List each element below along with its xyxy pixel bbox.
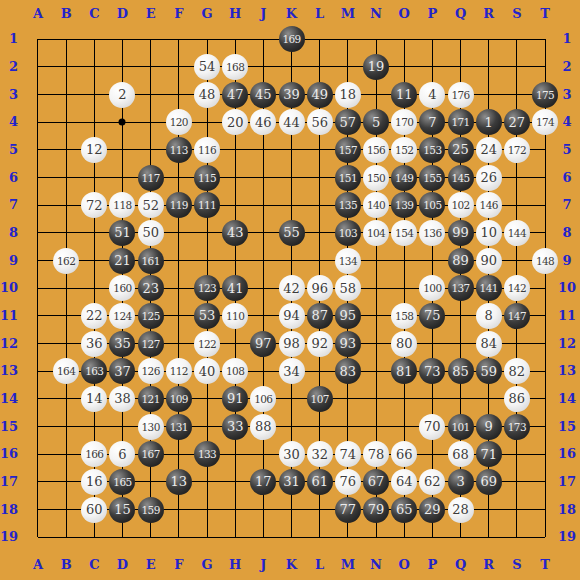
intersection-O14[interactable] [390,385,418,413]
intersection-S14[interactable]: 86 [503,385,531,413]
intersection-P14[interactable] [418,385,446,413]
intersection-K4[interactable]: 44 [277,108,305,136]
intersection-Q14[interactable] [446,385,474,413]
intersection-B17[interactable] [52,468,80,496]
intersection-B3[interactable] [52,81,80,109]
intersection-O2[interactable] [390,53,418,81]
intersection-A14[interactable] [24,385,52,413]
intersection-E18[interactable]: 159 [137,496,165,524]
intersection-E16[interactable]: 167 [137,440,165,468]
intersection-R16[interactable]: 71 [475,440,503,468]
intersection-R10[interactable]: 141 [475,274,503,302]
intersection-B16[interactable] [52,440,80,468]
intersection-Q10[interactable]: 137 [446,274,474,302]
intersection-H14[interactable]: 91 [221,385,249,413]
intersection-T5[interactable] [531,136,559,164]
intersection-G5[interactable]: 116 [193,136,221,164]
intersection-D11[interactable]: 124 [108,302,136,330]
intersection-H6[interactable] [221,164,249,192]
intersection-S6[interactable] [503,164,531,192]
intersection-M10[interactable]: 58 [334,274,362,302]
intersection-P19[interactable] [418,524,446,552]
intersection-J11[interactable] [249,302,277,330]
intersection-G13[interactable]: 40 [193,357,221,385]
intersection-H12[interactable] [221,330,249,358]
intersection-Q5[interactable]: 25 [446,136,474,164]
intersection-T13[interactable] [531,357,559,385]
intersection-D18[interactable]: 15 [108,496,136,524]
intersection-T3[interactable]: 175 [531,81,559,109]
intersection-M11[interactable]: 95 [334,302,362,330]
intersection-C3[interactable] [80,81,108,109]
intersection-O9[interactable] [390,247,418,275]
intersection-T9[interactable]: 148 [531,247,559,275]
intersection-M2[interactable] [334,53,362,81]
intersection-Q9[interactable]: 89 [446,247,474,275]
intersection-A9[interactable] [24,247,52,275]
intersection-F2[interactable] [165,53,193,81]
intersection-D9[interactable]: 21 [108,247,136,275]
intersection-C18[interactable]: 60 [80,496,108,524]
intersection-N13[interactable] [362,357,390,385]
intersection-O17[interactable]: 64 [390,468,418,496]
intersection-E4[interactable] [137,108,165,136]
intersection-D13[interactable]: 37 [108,357,136,385]
intersection-K6[interactable] [277,164,305,192]
intersection-O16[interactable]: 66 [390,440,418,468]
intersection-K1[interactable]: 169 [277,25,305,53]
intersection-S11[interactable]: 147 [503,302,531,330]
intersection-L6[interactable] [306,164,334,192]
intersection-G3[interactable]: 48 [193,81,221,109]
intersection-R6[interactable]: 26 [475,164,503,192]
intersection-P5[interactable]: 153 [418,136,446,164]
intersection-G18[interactable] [193,496,221,524]
intersection-T12[interactable] [531,330,559,358]
intersection-H4[interactable]: 20 [221,108,249,136]
intersection-T18[interactable] [531,496,559,524]
intersection-M9[interactable]: 134 [334,247,362,275]
intersection-F19[interactable] [165,524,193,552]
intersection-A7[interactable] [24,191,52,219]
intersection-J15[interactable]: 88 [249,413,277,441]
intersection-P17[interactable]: 62 [418,468,446,496]
intersection-K9[interactable] [277,247,305,275]
intersection-O13[interactable]: 81 [390,357,418,385]
intersection-K17[interactable]: 31 [277,468,305,496]
intersection-D12[interactable]: 35 [108,330,136,358]
intersection-M7[interactable]: 135 [334,191,362,219]
intersection-N19[interactable] [362,524,390,552]
intersection-T4[interactable]: 174 [531,108,559,136]
intersection-L2[interactable] [306,53,334,81]
intersection-L17[interactable]: 61 [306,468,334,496]
intersection-O18[interactable]: 65 [390,496,418,524]
intersection-P10[interactable]: 100 [418,274,446,302]
intersection-Q1[interactable] [446,25,474,53]
intersection-P1[interactable] [418,25,446,53]
intersection-M5[interactable]: 157 [334,136,362,164]
intersection-T7[interactable] [531,191,559,219]
intersection-M13[interactable]: 83 [334,357,362,385]
intersection-L8[interactable] [306,219,334,247]
intersection-T19[interactable] [531,524,559,552]
intersection-S4[interactable]: 27 [503,108,531,136]
intersection-J17[interactable]: 17 [249,468,277,496]
intersection-N6[interactable]: 150 [362,164,390,192]
intersection-G10[interactable]: 123 [193,274,221,302]
intersection-C14[interactable]: 14 [80,385,108,413]
intersection-R19[interactable] [475,524,503,552]
intersection-S16[interactable] [503,440,531,468]
intersection-A8[interactable] [24,219,52,247]
intersection-F3[interactable] [165,81,193,109]
intersection-R14[interactable] [475,385,503,413]
intersection-N4[interactable]: 5 [362,108,390,136]
intersection-A3[interactable] [24,81,52,109]
intersection-H9[interactable] [221,247,249,275]
intersection-K12[interactable]: 98 [277,330,305,358]
intersection-E2[interactable] [137,53,165,81]
intersection-T14[interactable] [531,385,559,413]
intersection-N8[interactable]: 104 [362,219,390,247]
intersection-G12[interactable]: 122 [193,330,221,358]
intersection-H7[interactable] [221,191,249,219]
intersection-J12[interactable]: 97 [249,330,277,358]
intersection-F15[interactable]: 131 [165,413,193,441]
intersection-O4[interactable]: 170 [390,108,418,136]
intersection-T1[interactable] [531,25,559,53]
intersection-F9[interactable] [165,247,193,275]
intersection-H18[interactable] [221,496,249,524]
intersection-C5[interactable]: 12 [80,136,108,164]
intersection-H15[interactable]: 33 [221,413,249,441]
intersection-F16[interactable] [165,440,193,468]
intersection-L7[interactable] [306,191,334,219]
intersection-E9[interactable]: 161 [137,247,165,275]
intersection-R4[interactable]: 1 [475,108,503,136]
intersection-Q16[interactable]: 68 [446,440,474,468]
intersection-J2[interactable] [249,53,277,81]
intersection-A16[interactable] [24,440,52,468]
intersection-M16[interactable]: 74 [334,440,362,468]
intersection-L10[interactable]: 96 [306,274,334,302]
intersection-A18[interactable] [24,496,52,524]
intersection-E5[interactable] [137,136,165,164]
intersection-L1[interactable] [306,25,334,53]
intersection-A17[interactable] [24,468,52,496]
intersection-G11[interactable]: 53 [193,302,221,330]
intersection-T16[interactable] [531,440,559,468]
intersection-D3[interactable]: 2 [108,81,136,109]
intersection-R17[interactable]: 69 [475,468,503,496]
intersection-O1[interactable] [390,25,418,53]
intersection-A6[interactable] [24,164,52,192]
intersection-P15[interactable]: 70 [418,413,446,441]
intersection-K16[interactable]: 30 [277,440,305,468]
intersection-L11[interactable]: 87 [306,302,334,330]
intersection-S5[interactable]: 172 [503,136,531,164]
intersection-J5[interactable] [249,136,277,164]
intersection-G1[interactable] [193,25,221,53]
intersection-F6[interactable] [165,164,193,192]
intersection-A15[interactable] [24,413,52,441]
intersection-D14[interactable]: 38 [108,385,136,413]
intersection-F4[interactable]: 120 [165,108,193,136]
intersection-D1[interactable] [108,25,136,53]
intersection-G17[interactable] [193,468,221,496]
intersection-D10[interactable]: 160 [108,274,136,302]
intersection-R1[interactable] [475,25,503,53]
intersection-F12[interactable] [165,330,193,358]
intersection-E17[interactable] [137,468,165,496]
intersection-P7[interactable]: 105 [418,191,446,219]
intersection-C2[interactable] [80,53,108,81]
intersection-E10[interactable]: 23 [137,274,165,302]
intersection-P4[interactable]: 7 [418,108,446,136]
intersection-S13[interactable]: 82 [503,357,531,385]
intersection-R3[interactable] [475,81,503,109]
intersection-K11[interactable]: 94 [277,302,305,330]
intersection-K2[interactable] [277,53,305,81]
intersection-S12[interactable] [503,330,531,358]
intersection-L3[interactable]: 49 [306,81,334,109]
intersection-G7[interactable]: 111 [193,191,221,219]
intersection-S2[interactable] [503,53,531,81]
intersection-G15[interactable] [193,413,221,441]
intersection-C4[interactable] [80,108,108,136]
intersection-K14[interactable] [277,385,305,413]
intersection-P2[interactable] [418,53,446,81]
intersection-A19[interactable] [24,524,52,552]
intersection-J8[interactable] [249,219,277,247]
intersection-E14[interactable]: 121 [137,385,165,413]
intersection-C19[interactable] [80,524,108,552]
intersection-E1[interactable] [137,25,165,53]
intersection-H19[interactable] [221,524,249,552]
intersection-P18[interactable]: 29 [418,496,446,524]
intersection-C9[interactable] [80,247,108,275]
intersection-G2[interactable]: 54 [193,53,221,81]
intersection-T11[interactable] [531,302,559,330]
intersection-B1[interactable] [52,25,80,53]
intersection-M17[interactable]: 76 [334,468,362,496]
intersection-F18[interactable] [165,496,193,524]
intersection-J14[interactable]: 106 [249,385,277,413]
intersection-G14[interactable] [193,385,221,413]
intersection-B9[interactable]: 162 [52,247,80,275]
intersection-Q8[interactable]: 99 [446,219,474,247]
intersection-P16[interactable] [418,440,446,468]
intersection-J4[interactable]: 46 [249,108,277,136]
intersection-K10[interactable]: 42 [277,274,305,302]
intersection-N10[interactable] [362,274,390,302]
intersection-L15[interactable] [306,413,334,441]
intersection-T8[interactable] [531,219,559,247]
intersection-K13[interactable]: 34 [277,357,305,385]
intersection-O5[interactable]: 152 [390,136,418,164]
intersection-M3[interactable]: 18 [334,81,362,109]
intersection-N9[interactable] [362,247,390,275]
intersection-H17[interactable] [221,468,249,496]
intersection-O10[interactable] [390,274,418,302]
intersection-F10[interactable] [165,274,193,302]
intersection-G16[interactable]: 133 [193,440,221,468]
intersection-Q7[interactable]: 102 [446,191,474,219]
intersection-C8[interactable] [80,219,108,247]
intersection-Q4[interactable]: 171 [446,108,474,136]
intersection-B10[interactable] [52,274,80,302]
intersection-E11[interactable]: 125 [137,302,165,330]
intersection-Q13[interactable]: 85 [446,357,474,385]
intersection-B7[interactable] [52,191,80,219]
intersection-O11[interactable]: 158 [390,302,418,330]
intersection-F1[interactable] [165,25,193,53]
intersection-K19[interactable] [277,524,305,552]
intersection-F7[interactable]: 119 [165,191,193,219]
intersection-R9[interactable]: 90 [475,247,503,275]
intersection-Q12[interactable] [446,330,474,358]
intersection-N2[interactable]: 19 [362,53,390,81]
intersection-H16[interactable] [221,440,249,468]
intersection-T10[interactable] [531,274,559,302]
intersection-S19[interactable] [503,524,531,552]
intersection-C10[interactable] [80,274,108,302]
intersection-L13[interactable] [306,357,334,385]
intersection-P13[interactable]: 73 [418,357,446,385]
intersection-B4[interactable] [52,108,80,136]
intersection-M8[interactable]: 103 [334,219,362,247]
intersection-A5[interactable] [24,136,52,164]
intersection-D17[interactable]: 165 [108,468,136,496]
intersection-A11[interactable] [24,302,52,330]
intersection-J10[interactable] [249,274,277,302]
intersection-E7[interactable]: 52 [137,191,165,219]
intersection-L4[interactable]: 56 [306,108,334,136]
intersection-R11[interactable]: 8 [475,302,503,330]
intersection-D8[interactable]: 51 [108,219,136,247]
intersection-R7[interactable]: 146 [475,191,503,219]
intersection-Q6[interactable]: 145 [446,164,474,192]
intersection-J1[interactable] [249,25,277,53]
intersection-L19[interactable] [306,524,334,552]
intersection-F8[interactable] [165,219,193,247]
intersection-O15[interactable] [390,413,418,441]
intersection-R12[interactable]: 84 [475,330,503,358]
intersection-B2[interactable] [52,53,80,81]
intersection-J9[interactable] [249,247,277,275]
intersection-O3[interactable]: 11 [390,81,418,109]
intersection-M19[interactable] [334,524,362,552]
intersection-C15[interactable] [80,413,108,441]
intersection-C17[interactable]: 16 [80,468,108,496]
intersection-B6[interactable] [52,164,80,192]
intersection-O6[interactable]: 149 [390,164,418,192]
intersection-D7[interactable]: 118 [108,191,136,219]
intersection-A10[interactable] [24,274,52,302]
intersection-M15[interactable] [334,413,362,441]
intersection-E8[interactable]: 50 [137,219,165,247]
intersection-Q18[interactable]: 28 [446,496,474,524]
intersection-E12[interactable]: 127 [137,330,165,358]
intersection-R2[interactable] [475,53,503,81]
intersection-S1[interactable] [503,25,531,53]
intersection-K15[interactable] [277,413,305,441]
intersection-H2[interactable]: 168 [221,53,249,81]
intersection-P11[interactable]: 75 [418,302,446,330]
intersection-M6[interactable]: 151 [334,164,362,192]
intersection-S18[interactable] [503,496,531,524]
intersection-H3[interactable]: 47 [221,81,249,109]
intersection-A2[interactable] [24,53,52,81]
intersection-L9[interactable] [306,247,334,275]
intersection-S9[interactable] [503,247,531,275]
intersection-N12[interactable] [362,330,390,358]
intersection-M12[interactable]: 93 [334,330,362,358]
intersection-P3[interactable]: 4 [418,81,446,109]
intersection-K5[interactable] [277,136,305,164]
intersection-S7[interactable] [503,191,531,219]
intersection-F11[interactable] [165,302,193,330]
intersection-G9[interactable] [193,247,221,275]
intersection-L12[interactable]: 92 [306,330,334,358]
intersection-A13[interactable] [24,357,52,385]
intersection-H13[interactable]: 108 [221,357,249,385]
intersection-Q15[interactable]: 101 [446,413,474,441]
intersection-H10[interactable]: 41 [221,274,249,302]
intersection-D2[interactable] [108,53,136,81]
intersection-N16[interactable]: 78 [362,440,390,468]
intersection-T2[interactable] [531,53,559,81]
intersection-G8[interactable] [193,219,221,247]
intersection-D6[interactable] [108,164,136,192]
intersection-L18[interactable] [306,496,334,524]
intersection-D5[interactable] [108,136,136,164]
intersection-M14[interactable] [334,385,362,413]
intersection-N11[interactable] [362,302,390,330]
intersection-N18[interactable]: 79 [362,496,390,524]
intersection-K18[interactable] [277,496,305,524]
intersection-O19[interactable] [390,524,418,552]
intersection-P9[interactable] [418,247,446,275]
intersection-H1[interactable] [221,25,249,53]
intersection-Q2[interactable] [446,53,474,81]
intersection-N15[interactable] [362,413,390,441]
intersection-Q11[interactable] [446,302,474,330]
intersection-K8[interactable]: 55 [277,219,305,247]
intersection-G19[interactable] [193,524,221,552]
intersection-B13[interactable]: 164 [52,357,80,385]
intersection-B11[interactable] [52,302,80,330]
intersection-L14[interactable]: 107 [306,385,334,413]
intersection-T6[interactable] [531,164,559,192]
intersection-E6[interactable]: 117 [137,164,165,192]
intersection-L16[interactable]: 32 [306,440,334,468]
intersection-R5[interactable]: 24 [475,136,503,164]
intersection-H11[interactable]: 110 [221,302,249,330]
intersection-C13[interactable]: 163 [80,357,108,385]
intersection-P12[interactable] [418,330,446,358]
intersection-F14[interactable]: 109 [165,385,193,413]
intersection-R18[interactable] [475,496,503,524]
intersection-R15[interactable]: 9 [475,413,503,441]
intersection-D19[interactable] [108,524,136,552]
intersection-N14[interactable] [362,385,390,413]
intersection-S17[interactable] [503,468,531,496]
intersection-Q17[interactable]: 3 [446,468,474,496]
intersection-S3[interactable] [503,81,531,109]
intersection-E15[interactable]: 130 [137,413,165,441]
